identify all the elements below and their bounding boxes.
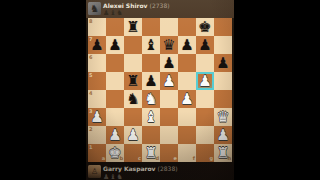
square-h4[interactable] xyxy=(214,90,232,108)
rank-label-1: 1 xyxy=(89,145,92,150)
file-label-h: h xyxy=(227,156,231,161)
piece-black-pawn-b7[interactable]: ♟ xyxy=(106,36,124,54)
file-label-d: d xyxy=(155,156,159,161)
square-h7[interactable] xyxy=(214,36,232,54)
piece-black-pawn-e6[interactable]: ♟ xyxy=(160,54,178,72)
square-c3[interactable] xyxy=(124,108,142,126)
square-a8[interactable]: 8 xyxy=(88,18,106,36)
square-b3[interactable] xyxy=(106,108,124,126)
square-a5[interactable]: 5 xyxy=(88,72,106,90)
piece-white-rook-d1[interactable]: ♜ xyxy=(142,144,160,162)
top-player-name: Alexei Shirov xyxy=(103,2,148,9)
file-label-e: e xyxy=(174,156,177,161)
bottom-player-info: Garry Kasparov (2838) xyxy=(103,166,178,172)
piece-black-pawn-a7[interactable]: ♟ xyxy=(88,36,106,54)
piece-white-bishop-d3[interactable]: ♝ xyxy=(142,108,160,126)
square-f8[interactable] xyxy=(178,18,196,36)
piece-white-king-b1[interactable]: ♚ xyxy=(106,144,124,162)
square-g8[interactable]: ♚ xyxy=(196,18,214,36)
top-player-avatar[interactable]: ♞ xyxy=(88,2,101,15)
top-player-rating: (2738) xyxy=(150,2,170,9)
captured-bishop-icon: ♝ xyxy=(110,9,117,17)
piece-white-pawn-b2[interactable]: ♟ xyxy=(106,126,124,144)
file-label-g: g xyxy=(209,156,213,161)
captured-knight-icon: ♞ xyxy=(117,9,124,17)
square-d4[interactable]: ♞ xyxy=(142,90,160,108)
square-e7[interactable]: ♛ xyxy=(160,36,178,54)
square-d2[interactable] xyxy=(142,126,160,144)
person-icon: ♙ xyxy=(91,168,98,176)
square-e2[interactable] xyxy=(160,126,178,144)
captured-pawn-icon: ♟ xyxy=(103,173,110,180)
file-label-c: c xyxy=(138,156,141,161)
piece-white-rook-h1[interactable]: ♜ xyxy=(214,144,232,162)
piece-white-pawn-h2[interactable]: ♟ xyxy=(214,126,232,144)
square-c4[interactable]: ♞ xyxy=(124,90,142,108)
piece-black-rook-c8[interactable]: ♜ xyxy=(124,18,142,36)
square-c6[interactable] xyxy=(124,54,142,72)
square-f1[interactable]: f xyxy=(178,144,196,162)
square-g3[interactable] xyxy=(196,108,214,126)
square-c5[interactable]: ♜ xyxy=(124,72,142,90)
square-b1[interactable]: b♚ xyxy=(106,144,124,162)
rank-label-2: 2 xyxy=(89,127,92,132)
piece-black-pawn-d5[interactable]: ♟ xyxy=(142,72,160,90)
file-label-a: a xyxy=(102,156,105,161)
piece-black-knight-c4[interactable]: ♞ xyxy=(124,90,142,108)
square-e6[interactable]: ♟ xyxy=(160,54,178,72)
square-a7[interactable]: 7♟ xyxy=(88,36,106,54)
square-b6[interactable] xyxy=(106,54,124,72)
square-g7[interactable]: ♟ xyxy=(196,36,214,54)
top-captured-pieces: ♟♝♞ xyxy=(103,10,123,17)
square-h2[interactable]: ♟ xyxy=(214,126,232,144)
bottom-player-avatar[interactable]: ♙ xyxy=(88,165,101,178)
square-f5[interactable] xyxy=(178,72,196,90)
square-d7[interactable]: ♝ xyxy=(142,36,160,54)
top-player-bar: ♞ Alexei Shirov (2738) ♟♝♞ xyxy=(86,0,234,18)
bottom-player-name: Garry Kasparov xyxy=(103,165,156,172)
piece-black-bishop-d7[interactable]: ♝ xyxy=(142,36,160,54)
square-f4[interactable]: ♟ xyxy=(178,90,196,108)
bottom-captured-pieces: ♟♝♞ xyxy=(103,174,123,180)
square-g2[interactable] xyxy=(196,126,214,144)
square-a1[interactable]: 1a xyxy=(88,144,106,162)
square-f3[interactable] xyxy=(178,108,196,126)
square-g5[interactable]: ♟ xyxy=(196,72,214,90)
square-e8[interactable] xyxy=(160,18,178,36)
square-f6[interactable] xyxy=(178,54,196,72)
file-label-f: f xyxy=(193,156,195,161)
letterbox-background: ♞ Alexei Shirov (2738) ♟♝♞ 8♜♚7♟♟♝♛♟♟6♟♟… xyxy=(0,0,320,180)
bottom-player-bar: ♙ Garry Kasparov (2838) ♟♝♞ xyxy=(86,162,234,180)
rank-label-6: 6 xyxy=(89,55,92,60)
square-a6[interactable]: 6 xyxy=(88,54,106,72)
square-e5[interactable]: ♟ xyxy=(160,72,178,90)
square-b2[interactable]: ♟ xyxy=(106,126,124,144)
piece-white-pawn-c2[interactable]: ♟ xyxy=(124,126,142,144)
square-f2[interactable] xyxy=(178,126,196,144)
square-b8[interactable] xyxy=(106,18,124,36)
square-d6[interactable] xyxy=(142,54,160,72)
square-a4[interactable]: 4 xyxy=(88,90,106,108)
piece-white-knight-d4[interactable]: ♞ xyxy=(142,90,160,108)
piece-black-rook-c5[interactable]: ♜ xyxy=(124,72,142,90)
captured-bishop-icon: ♝ xyxy=(110,173,117,180)
piece-black-pawn-g7[interactable]: ♟ xyxy=(196,36,214,54)
square-a2[interactable]: 2 xyxy=(88,126,106,144)
piece-white-pawn-a3[interactable]: ♟ xyxy=(88,108,106,126)
square-f7[interactable]: ♟ xyxy=(178,36,196,54)
rank-label-7: 7 xyxy=(89,37,92,42)
square-d8[interactable] xyxy=(142,18,160,36)
square-h1[interactable]: h♜ xyxy=(214,144,232,162)
chess-board: 8♜♚7♟♟♝♛♟♟6♟♟5♜♟♟♟4♞♞♟3♟♝♛2♟♟♟1ab♚cd♜efg… xyxy=(88,18,232,162)
square-d1[interactable]: d♜ xyxy=(142,144,160,162)
square-h6[interactable]: ♟ xyxy=(214,54,232,72)
captured-pawn-icon: ♟ xyxy=(103,9,110,17)
rank-label-4: 4 xyxy=(89,91,92,96)
square-c1[interactable]: c xyxy=(124,144,142,162)
piece-black-king-g8[interactable]: ♚ xyxy=(196,18,214,36)
bottom-player-rating: (2838) xyxy=(158,165,178,172)
captured-knight-icon: ♞ xyxy=(117,173,124,180)
square-a3[interactable]: 3♟ xyxy=(88,108,106,126)
square-g1[interactable]: g xyxy=(196,144,214,162)
square-e1[interactable]: e xyxy=(160,144,178,162)
square-e3[interactable] xyxy=(160,108,178,126)
rank-label-3: 3 xyxy=(89,109,92,114)
square-g4[interactable] xyxy=(196,90,214,108)
piece-black-queen-e7[interactable]: ♛ xyxy=(160,36,178,54)
square-g6[interactable] xyxy=(196,54,214,72)
square-c7[interactable] xyxy=(124,36,142,54)
piece-white-pawn-f4[interactable]: ♟ xyxy=(178,90,196,108)
square-b4[interactable] xyxy=(106,90,124,108)
piece-black-pawn-f7[interactable]: ♟ xyxy=(178,36,196,54)
file-label-b: b xyxy=(119,156,123,161)
square-h5[interactable] xyxy=(214,72,232,90)
square-c8[interactable]: ♜ xyxy=(124,18,142,36)
square-b7[interactable]: ♟ xyxy=(106,36,124,54)
rank-label-5: 5 xyxy=(89,73,92,78)
piece-white-queen-h3[interactable]: ♛ xyxy=(214,108,232,126)
square-e4[interactable] xyxy=(160,90,178,108)
piece-white-pawn-g5[interactable]: ♟ xyxy=(196,72,214,90)
square-b5[interactable] xyxy=(106,72,124,90)
square-h8[interactable] xyxy=(214,18,232,36)
rank-label-8: 8 xyxy=(89,19,92,24)
square-c2[interactable]: ♟ xyxy=(124,126,142,144)
piece-white-pawn-e5[interactable]: ♟ xyxy=(160,72,178,90)
chess-app-frame: ♞ Alexei Shirov (2738) ♟♝♞ 8♜♚7♟♟♝♛♟♟6♟♟… xyxy=(86,0,234,180)
square-d3[interactable]: ♝ xyxy=(142,108,160,126)
knight-icon: ♞ xyxy=(90,4,99,14)
piece-black-pawn-h6[interactable]: ♟ xyxy=(214,54,232,72)
square-d5[interactable]: ♟ xyxy=(142,72,160,90)
square-h3[interactable]: ♛ xyxy=(214,108,232,126)
